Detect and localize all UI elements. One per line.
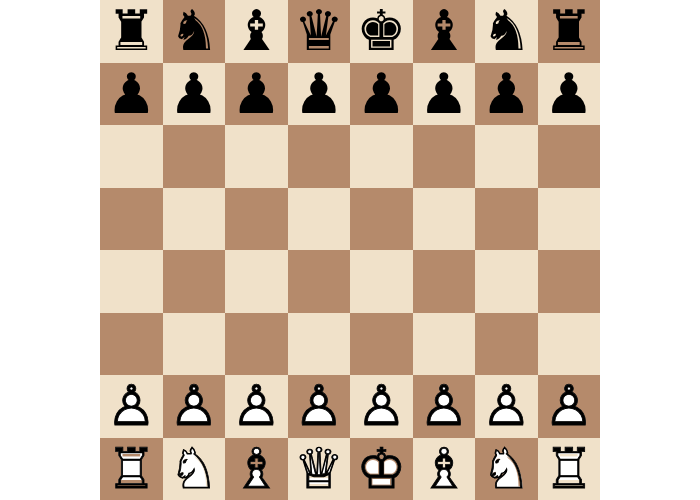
square-f1[interactable]: ♝♗ <box>413 438 476 500</box>
square-b4[interactable] <box>163 250 226 313</box>
square-h5[interactable] <box>538 188 601 251</box>
square-b3[interactable] <box>163 313 226 376</box>
bishop-outline-glyph: ♗ <box>419 438 469 500</box>
square-c3[interactable] <box>225 313 288 376</box>
square-g4[interactable] <box>475 250 538 313</box>
square-e5[interactable] <box>350 188 413 251</box>
pawn-outline-glyph: ♙ <box>356 375 406 438</box>
pawn-glyph: ♟ <box>294 63 344 126</box>
square-g7[interactable]: ♟ <box>475 63 538 126</box>
square-e6[interactable] <box>350 125 413 188</box>
pawn-outline-glyph: ♙ <box>294 375 344 438</box>
piece-black-pawn[interactable]: ♟ <box>350 63 413 126</box>
pawn-outline-glyph: ♙ <box>481 375 531 438</box>
square-c1[interactable]: ♝♗ <box>225 438 288 500</box>
piece-white-queen[interactable]: ♛♕ <box>288 438 351 500</box>
square-d3[interactable] <box>288 313 351 376</box>
piece-black-rook[interactable]: ♜ <box>100 0 163 63</box>
piece-white-bishop[interactable]: ♝♗ <box>413 438 476 500</box>
square-c2[interactable]: ♟♙ <box>225 375 288 438</box>
square-g2[interactable]: ♟♙ <box>475 375 538 438</box>
square-a3[interactable] <box>100 313 163 376</box>
pawn-outline-glyph: ♙ <box>231 375 281 438</box>
square-f2[interactable]: ♟♙ <box>413 375 476 438</box>
square-h3[interactable] <box>538 313 601 376</box>
square-c8[interactable]: ♝ <box>225 0 288 63</box>
piece-black-pawn[interactable]: ♟ <box>163 63 226 126</box>
piece-white-rook[interactable]: ♜♖ <box>100 438 163 500</box>
queen-glyph: ♛ <box>294 0 344 63</box>
square-a1[interactable]: ♜♖ <box>100 438 163 500</box>
pawn-outline-glyph: ♙ <box>106 375 156 438</box>
square-f8[interactable]: ♝ <box>413 0 476 63</box>
piece-black-pawn[interactable]: ♟ <box>538 63 601 126</box>
square-d8[interactable]: ♛ <box>288 0 351 63</box>
rook-glyph: ♜ <box>544 0 594 63</box>
square-g6[interactable] <box>475 125 538 188</box>
square-e2[interactable]: ♟♙ <box>350 375 413 438</box>
square-d5[interactable] <box>288 188 351 251</box>
square-b5[interactable] <box>163 188 226 251</box>
king-outline-glyph: ♔ <box>356 438 406 500</box>
pawn-glyph: ♟ <box>419 63 469 126</box>
piece-black-pawn[interactable]: ♟ <box>475 63 538 126</box>
square-f7[interactable]: ♟ <box>413 63 476 126</box>
square-b1[interactable]: ♞♘ <box>163 438 226 500</box>
piece-white-king[interactable]: ♚♔ <box>350 438 413 500</box>
king-glyph: ♚ <box>356 0 406 63</box>
square-e4[interactable] <box>350 250 413 313</box>
square-e8[interactable]: ♚ <box>350 0 413 63</box>
piece-black-king[interactable]: ♚ <box>350 0 413 63</box>
square-e7[interactable]: ♟ <box>350 63 413 126</box>
square-h1[interactable]: ♜♖ <box>538 438 601 500</box>
piece-black-pawn[interactable]: ♟ <box>225 63 288 126</box>
square-c5[interactable] <box>225 188 288 251</box>
square-b7[interactable]: ♟ <box>163 63 226 126</box>
piece-white-pawn[interactable]: ♟♙ <box>475 375 538 438</box>
square-a4[interactable] <box>100 250 163 313</box>
pawn-glyph: ♟ <box>231 63 281 126</box>
rook-glyph: ♜ <box>106 0 156 63</box>
piece-black-pawn[interactable]: ♟ <box>100 63 163 126</box>
pawn-glyph: ♟ <box>169 63 219 126</box>
pawn-glyph: ♟ <box>106 63 156 126</box>
bishop-glyph: ♝ <box>419 0 469 63</box>
square-a2[interactable]: ♟♙ <box>100 375 163 438</box>
piece-white-knight[interactable]: ♞♘ <box>475 438 538 500</box>
piece-white-pawn[interactable]: ♟♙ <box>288 375 351 438</box>
piece-white-pawn[interactable]: ♟♙ <box>413 375 476 438</box>
piece-black-rook[interactable]: ♜ <box>538 0 601 63</box>
bishop-glyph: ♝ <box>231 0 281 63</box>
square-e3[interactable] <box>350 313 413 376</box>
square-a5[interactable] <box>100 188 163 251</box>
pawn-glyph: ♟ <box>544 63 594 126</box>
chess-board: ♜♞♝♛♚♝♞♜♟♟♟♟♟♟♟♟♟♙♟♙♟♙♟♙♟♙♟♙♟♙♟♙♜♖♞♘♝♗♛♕… <box>100 0 600 500</box>
square-d7[interactable]: ♟ <box>288 63 351 126</box>
square-d6[interactable] <box>288 125 351 188</box>
piece-white-pawn[interactable]: ♟♙ <box>225 375 288 438</box>
square-c7[interactable]: ♟ <box>225 63 288 126</box>
knight-outline-glyph: ♘ <box>481 438 531 500</box>
piece-white-pawn[interactable]: ♟♙ <box>163 375 226 438</box>
square-g5[interactable] <box>475 188 538 251</box>
square-g8[interactable]: ♞ <box>475 0 538 63</box>
square-a8[interactable]: ♜ <box>100 0 163 63</box>
square-b2[interactable]: ♟♙ <box>163 375 226 438</box>
piece-black-queen[interactable]: ♛ <box>288 0 351 63</box>
piece-white-rook[interactable]: ♜♖ <box>538 438 601 500</box>
pawn-outline-glyph: ♙ <box>544 375 594 438</box>
square-g3[interactable] <box>475 313 538 376</box>
square-d1[interactable]: ♛♕ <box>288 438 351 500</box>
rook-outline-glyph: ♖ <box>544 438 594 500</box>
piece-black-pawn[interactable]: ♟ <box>413 63 476 126</box>
square-f3[interactable] <box>413 313 476 376</box>
knight-outline-glyph: ♘ <box>169 438 219 500</box>
piece-black-bishop[interactable]: ♝ <box>413 0 476 63</box>
piece-black-knight[interactable]: ♞ <box>475 0 538 63</box>
queen-outline-glyph: ♕ <box>294 438 344 500</box>
page: ♜♞♝♛♚♝♞♜♟♟♟♟♟♟♟♟♟♙♟♙♟♙♟♙♟♙♟♙♟♙♟♙♜♖♞♘♝♗♛♕… <box>0 0 700 500</box>
square-h4[interactable] <box>538 250 601 313</box>
square-f5[interactable] <box>413 188 476 251</box>
square-h7[interactable]: ♟ <box>538 63 601 126</box>
pawn-outline-glyph: ♙ <box>169 375 219 438</box>
pawn-glyph: ♟ <box>356 63 406 126</box>
pawn-glyph: ♟ <box>481 63 531 126</box>
square-g1[interactable]: ♞♘ <box>475 438 538 500</box>
square-a7[interactable]: ♟ <box>100 63 163 126</box>
piece-black-knight[interactable]: ♞ <box>163 0 226 63</box>
piece-white-bishop[interactable]: ♝♗ <box>225 438 288 500</box>
square-h2[interactable]: ♟♙ <box>538 375 601 438</box>
square-b8[interactable]: ♞ <box>163 0 226 63</box>
square-c4[interactable] <box>225 250 288 313</box>
piece-white-pawn[interactable]: ♟♙ <box>538 375 601 438</box>
knight-glyph: ♞ <box>481 0 531 63</box>
piece-white-knight[interactable]: ♞♘ <box>163 438 226 500</box>
square-h6[interactable] <box>538 125 601 188</box>
knight-glyph: ♞ <box>169 0 219 63</box>
piece-black-pawn[interactable]: ♟ <box>288 63 351 126</box>
square-c6[interactable] <box>225 125 288 188</box>
square-h8[interactable]: ♜ <box>538 0 601 63</box>
square-f4[interactable] <box>413 250 476 313</box>
square-e1[interactable]: ♚♔ <box>350 438 413 500</box>
square-a6[interactable] <box>100 125 163 188</box>
square-d4[interactable] <box>288 250 351 313</box>
piece-black-bishop[interactable]: ♝ <box>225 0 288 63</box>
piece-white-pawn[interactable]: ♟♙ <box>100 375 163 438</box>
pawn-outline-glyph: ♙ <box>419 375 469 438</box>
square-d2[interactable]: ♟♙ <box>288 375 351 438</box>
square-f6[interactable] <box>413 125 476 188</box>
piece-white-pawn[interactable]: ♟♙ <box>350 375 413 438</box>
bishop-outline-glyph: ♗ <box>231 438 281 500</box>
rook-outline-glyph: ♖ <box>106 438 156 500</box>
square-b6[interactable] <box>163 125 226 188</box>
